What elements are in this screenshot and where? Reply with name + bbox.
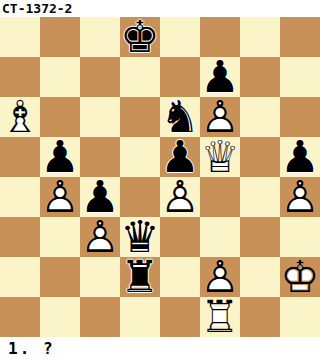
square-f5[interactable]: ♛♕ bbox=[200, 137, 240, 177]
black-piece-icon: ♚ bbox=[120, 17, 160, 57]
square-h7[interactable] bbox=[280, 57, 320, 97]
piece-white-pawn[interactable]: ♟♙ bbox=[80, 217, 120, 257]
square-b3[interactable] bbox=[40, 217, 80, 257]
white-piece-outline-icon: ♙ bbox=[40, 177, 80, 217]
square-d6[interactable] bbox=[120, 97, 160, 137]
title-bar: CT-1372-2 bbox=[0, 0, 320, 17]
square-g8[interactable] bbox=[240, 17, 280, 57]
square-d7[interactable] bbox=[120, 57, 160, 97]
white-piece-outline-icon: ♗ bbox=[0, 97, 40, 137]
square-g3[interactable] bbox=[240, 217, 280, 257]
square-c7[interactable] bbox=[80, 57, 120, 97]
square-g1[interactable] bbox=[240, 297, 280, 337]
white-piece-outline-icon: ♖ bbox=[200, 297, 240, 337]
square-c6[interactable] bbox=[80, 97, 120, 137]
square-a4[interactable] bbox=[0, 177, 40, 217]
square-a6[interactable]: ♝♗ bbox=[0, 97, 40, 137]
prompt-bar: 1. ? bbox=[0, 337, 320, 360]
white-piece-outline-icon: ♙ bbox=[80, 217, 120, 257]
puzzle-title: CT-1372-2 bbox=[0, 0, 72, 17]
square-c8[interactable] bbox=[80, 17, 120, 57]
move-prompt: 1. ? bbox=[0, 339, 55, 358]
square-h8[interactable] bbox=[280, 17, 320, 57]
square-g4[interactable] bbox=[240, 177, 280, 217]
piece-white-bishop[interactable]: ♝♗ bbox=[0, 97, 40, 137]
white-piece-outline-icon: ♔ bbox=[280, 257, 320, 297]
square-f4[interactable] bbox=[200, 177, 240, 217]
puzzle-page: CT-1372-2 ♚♟♝♗♞♟♙♟♟♛♕♟♟♙♟♟♙♟♙♟♙♛♜♟♙♚♔♜♖ … bbox=[0, 0, 320, 360]
square-a1[interactable] bbox=[0, 297, 40, 337]
piece-white-rook[interactable]: ♜♖ bbox=[200, 297, 240, 337]
white-piece-outline-icon: ♙ bbox=[280, 177, 320, 217]
piece-white-pawn[interactable]: ♟♙ bbox=[280, 177, 320, 217]
square-h1[interactable] bbox=[280, 297, 320, 337]
square-c2[interactable] bbox=[80, 257, 120, 297]
square-h2[interactable]: ♚♔ bbox=[280, 257, 320, 297]
square-e4[interactable]: ♟♙ bbox=[160, 177, 200, 217]
square-a5[interactable] bbox=[0, 137, 40, 177]
square-g7[interactable] bbox=[240, 57, 280, 97]
square-b2[interactable] bbox=[40, 257, 80, 297]
square-c1[interactable] bbox=[80, 297, 120, 337]
square-d8[interactable]: ♚ bbox=[120, 17, 160, 57]
square-g6[interactable] bbox=[240, 97, 280, 137]
piece-white-queen[interactable]: ♛♕ bbox=[200, 137, 240, 177]
square-g5[interactable] bbox=[240, 137, 280, 177]
square-d1[interactable] bbox=[120, 297, 160, 337]
square-b1[interactable] bbox=[40, 297, 80, 337]
piece-black-rook[interactable]: ♜ bbox=[120, 257, 160, 297]
piece-black-king[interactable]: ♚ bbox=[120, 17, 160, 57]
square-e1[interactable] bbox=[160, 297, 200, 337]
square-a3[interactable] bbox=[0, 217, 40, 257]
piece-white-pawn[interactable]: ♟♙ bbox=[160, 177, 200, 217]
square-a2[interactable] bbox=[0, 257, 40, 297]
square-h4[interactable]: ♟♙ bbox=[280, 177, 320, 217]
square-e2[interactable] bbox=[160, 257, 200, 297]
piece-white-pawn[interactable]: ♟♙ bbox=[40, 177, 80, 217]
square-d2[interactable]: ♜ bbox=[120, 257, 160, 297]
white-piece-outline-icon: ♕ bbox=[200, 137, 240, 177]
square-d5[interactable] bbox=[120, 137, 160, 177]
square-e3[interactable] bbox=[160, 217, 200, 257]
square-a8[interactable] bbox=[0, 17, 40, 57]
square-e8[interactable] bbox=[160, 17, 200, 57]
square-g2[interactable] bbox=[240, 257, 280, 297]
square-c3[interactable]: ♟♙ bbox=[80, 217, 120, 257]
white-piece-outline-icon: ♙ bbox=[160, 177, 200, 217]
square-b7[interactable] bbox=[40, 57, 80, 97]
piece-white-king[interactable]: ♚♔ bbox=[280, 257, 320, 297]
square-b4[interactable]: ♟♙ bbox=[40, 177, 80, 217]
black-piece-icon: ♜ bbox=[120, 257, 160, 297]
square-b8[interactable] bbox=[40, 17, 80, 57]
chess-board: ♚♟♝♗♞♟♙♟♟♛♕♟♟♙♟♟♙♟♙♟♙♛♜♟♙♚♔♜♖ bbox=[0, 17, 320, 337]
square-f1[interactable]: ♜♖ bbox=[200, 297, 240, 337]
